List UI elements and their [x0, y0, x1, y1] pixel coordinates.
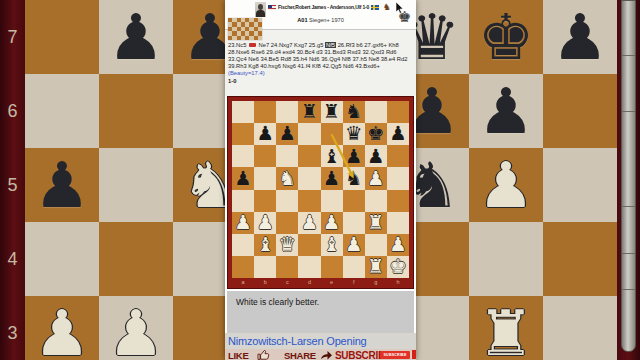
rank-label-7: 7 — [0, 0, 25, 74]
knight-logo-icon: ♞ — [383, 3, 391, 12]
black-pawn: ♟ — [34, 154, 90, 217]
square-b1[interactable] — [254, 256, 276, 278]
square-g4[interactable] — [365, 190, 387, 212]
king-piece-icon: ♚ — [398, 9, 411, 24]
black-knight: ♞ — [345, 102, 362, 122]
white-pawn: ♟ — [323, 213, 340, 233]
square-e4[interactable] — [321, 190, 343, 212]
opening-name: Nimzowitsch-Larsen Opening — [225, 333, 416, 349]
move-text[interactable]: 23.Nc5 — [228, 42, 248, 48]
square-c6[interactable] — [276, 145, 298, 167]
square-h6 — [543, 74, 617, 148]
evaluation-annotation[interactable]: (Beauty=17.4) — [228, 70, 265, 76]
square-b3[interactable]: ♟ — [254, 212, 276, 234]
square-c3[interactable] — [276, 212, 298, 234]
square-f8[interactable]: ♞ — [343, 101, 365, 123]
white-bishop: ♝ — [256, 235, 273, 255]
square-g6[interactable]: ♟ — [365, 145, 387, 167]
white-pawn: ♟ — [234, 213, 251, 233]
square-h2[interactable]: ♟ — [387, 234, 409, 256]
chess-diagram: ♜♜♞♟♟♛♚♟♝♟♟♟♞♟♞♟♟♟♟♟♜♝♛♝♟♟♜♚ abcdefgh — [227, 96, 414, 289]
file-label-e: e — [321, 278, 343, 288]
square-b4[interactable] — [254, 190, 276, 212]
file-label-h: h — [387, 278, 409, 288]
square-f7[interactable]: ♛ — [343, 123, 365, 145]
square-b4 — [99, 222, 173, 296]
file-label-d: d — [298, 278, 320, 288]
square-h4[interactable] — [387, 190, 409, 212]
scrollbar[interactable] — [621, 0, 636, 352]
square-e1[interactable] — [321, 256, 343, 278]
file-label-b: b — [254, 278, 276, 288]
square-b5[interactable] — [254, 167, 276, 189]
square-f3[interactable] — [343, 212, 365, 234]
square-a2[interactable] — [232, 234, 254, 256]
square-b8[interactable] — [254, 101, 276, 123]
square-c1[interactable] — [276, 256, 298, 278]
selected-move[interactable]: Nf5 — [325, 42, 336, 48]
scrollbar-segment — [622, 55, 635, 56]
square-a3: ♟ — [25, 296, 99, 360]
scrollbar-segment — [622, 111, 635, 112]
share-button[interactable]: SHARE — [284, 350, 316, 360]
square-c2[interactable]: ♛ — [276, 234, 298, 256]
black-pawn: ♟ — [345, 147, 362, 167]
square-f4[interactable] — [343, 190, 365, 212]
square-g8[interactable] — [365, 101, 387, 123]
square-d6[interactable] — [298, 145, 320, 167]
square-a7 — [25, 0, 99, 74]
square-g3[interactable]: ♜ — [365, 212, 387, 234]
square-h1[interactable]: ♚ — [387, 256, 409, 278]
square-e6[interactable]: ♝ — [321, 145, 343, 167]
square-h5 — [543, 148, 617, 222]
square-h6[interactable] — [387, 145, 409, 167]
square-e3[interactable]: ♟ — [321, 212, 343, 234]
square-a6[interactable] — [232, 145, 254, 167]
subscribe-button[interactable]: SUBSCRIBE — [380, 351, 410, 359]
analysis-panel: Fischer,Robert James - Andersson,Ulf 1-0… — [225, 0, 416, 360]
square-e7[interactable] — [321, 123, 343, 145]
square-h7: ♟ — [543, 0, 617, 74]
square-f5[interactable]: ♞ — [343, 167, 365, 189]
black-knight: ♞ — [345, 169, 362, 189]
square-h3[interactable] — [387, 212, 409, 234]
file-label-g: g — [365, 278, 387, 288]
square-h8[interactable] — [387, 101, 409, 123]
black-pawn: ♟ — [478, 80, 534, 143]
square-g5[interactable]: ♟ — [365, 167, 387, 189]
app-window: ♜♜♞♟♟♛♚♟♝♟♟♟♞♟♞♟♟♟♟♟♜♝♛♝♟♟♜♚ 76543 Fisch… — [0, 0, 640, 360]
photo-body — [256, 10, 265, 17]
white-pawn: ♟ — [367, 169, 384, 189]
black-rook: ♜ — [301, 102, 318, 122]
black-bishop: ♝ — [323, 147, 340, 167]
square-g1[interactable]: ♜ — [365, 256, 387, 278]
square-b6[interactable] — [254, 145, 276, 167]
square-e5[interactable]: ♟ — [321, 167, 343, 189]
white-rook: ♜ — [478, 302, 534, 360]
white-queen: ♛ — [279, 235, 296, 255]
mini-square — [258, 36, 262, 40]
action-bar: LIKE SHARE SUBSCRIBE SUBSCRIBE — [225, 349, 416, 360]
square-c8[interactable] — [276, 101, 298, 123]
opening-bar: Nimzowitsch-Larsen Opening — [225, 333, 416, 349]
square-f2[interactable]: ♟ — [343, 234, 365, 256]
game-title: Fischer,Robert James - Andersson,Ulf 1-0 — [278, 4, 370, 10]
diagram-board[interactable]: ♜♜♞♟♟♛♚♟♝♟♟♟♞♟♞♟♟♟♟♟♜♝♛♝♟♟♜♚ — [232, 101, 409, 278]
square-a8[interactable] — [232, 101, 254, 123]
flag-cross-h — [371, 7, 379, 8]
thumbs-up-icon[interactable] — [257, 350, 271, 360]
black-king: ♚ — [367, 124, 384, 144]
event-name: Siegen+ — [309, 17, 330, 23]
square-d8[interactable]: ♜ — [298, 101, 320, 123]
square-b6 — [99, 74, 173, 148]
white-rook: ♜ — [367, 213, 384, 233]
square-g5: ♟ — [469, 148, 543, 222]
white-rook: ♜ — [367, 257, 384, 277]
white-knight: ♞ — [279, 169, 296, 189]
white-pawn: ♟ — [108, 302, 164, 360]
white-king: ♚ — [389, 257, 406, 277]
white-bishop: ♝ — [323, 235, 340, 255]
square-b7: ♟ — [99, 0, 173, 74]
black-pawn: ♟ — [389, 124, 406, 144]
square-a6 — [25, 74, 99, 148]
white-pawn: ♟ — [34, 302, 90, 360]
square-b7[interactable]: ♟ — [254, 123, 276, 145]
game-result: 1-0 — [228, 78, 413, 85]
square-g4 — [469, 222, 543, 296]
square-e8[interactable]: ♜ — [321, 101, 343, 123]
medal-icon — [249, 43, 256, 47]
square-d7[interactable] — [298, 123, 320, 145]
white-pawn: ♟ — [389, 235, 406, 255]
scrollbar-segment — [622, 289, 635, 290]
square-g6: ♟ — [469, 74, 543, 148]
black-pawn: ♟ — [552, 6, 608, 69]
square-c4[interactable] — [276, 190, 298, 212]
like-button[interactable]: LIKE — [228, 350, 248, 360]
square-a4 — [25, 222, 99, 296]
flag-cross-v — [373, 5, 374, 10]
square-h3 — [543, 296, 617, 360]
square-b2[interactable]: ♝ — [254, 234, 276, 256]
square-b5 — [99, 148, 173, 222]
us-flag-canton — [268, 5, 272, 8]
assessment-panel: White is clearly better. — [227, 291, 414, 333]
square-h7[interactable]: ♟ — [387, 123, 409, 145]
square-d2[interactable] — [298, 234, 320, 256]
file-label-f: f — [343, 278, 365, 288]
black-pawn: ♟ — [256, 124, 273, 144]
square-a7[interactable] — [232, 123, 254, 145]
black-rook: ♜ — [323, 102, 340, 122]
board-left-border: 76543 — [0, 0, 25, 360]
square-f6[interactable]: ♟ — [343, 145, 365, 167]
event-year: 1970 — [331, 17, 343, 23]
black-queen: ♛ — [345, 124, 362, 144]
square-f1[interactable] — [343, 256, 365, 278]
square-e2[interactable]: ♝ — [321, 234, 343, 256]
red-notification-box[interactable] — [412, 350, 416, 359]
sweden-flag-icon — [371, 5, 379, 10]
square-h5[interactable] — [387, 167, 409, 189]
share-arrow-icon[interactable] — [320, 350, 333, 360]
file-label-c: c — [276, 278, 298, 288]
square-h4 — [543, 222, 617, 296]
square-g2[interactable] — [365, 234, 387, 256]
square-g3: ♜ — [469, 296, 543, 360]
square-d3[interactable]: ♟ — [298, 212, 320, 234]
square-a5: ♟ — [25, 148, 99, 222]
file-coordinates: abcdefgh — [232, 278, 409, 288]
white-pawn: ♟ — [478, 154, 534, 217]
player-photo — [255, 2, 266, 17]
rank-label-3: 3 — [0, 296, 25, 360]
mini-board-thumbnail — [228, 18, 262, 40]
black-pawn: ♟ — [234, 169, 251, 189]
move-text[interactable]: Ne7 24.Nxg7 Kxg7 25.g5 — [257, 42, 325, 48]
square-c7[interactable]: ♟ — [276, 123, 298, 145]
us-flag-icon — [268, 5, 276, 10]
rank-label-4: 4 — [0, 222, 25, 296]
square-a3[interactable]: ♟ — [232, 212, 254, 234]
square-d1[interactable] — [298, 256, 320, 278]
black-pawn: ♟ — [367, 147, 384, 167]
square-a4[interactable] — [232, 190, 254, 212]
black-pawn: ♟ — [279, 124, 296, 144]
white-pawn: ♟ — [301, 213, 318, 233]
square-a5[interactable]: ♟ — [232, 167, 254, 189]
scrollbar-segment — [622, 253, 635, 254]
assessment-text: White is clearly better. — [236, 297, 319, 307]
square-c5[interactable]: ♞ — [276, 167, 298, 189]
square-b3: ♟ — [99, 296, 173, 360]
square-g7: ♚ — [469, 0, 543, 74]
square-d5[interactable] — [298, 167, 320, 189]
file-label-a: a — [232, 278, 254, 288]
black-pawn: ♟ — [108, 6, 164, 69]
square-d4[interactable] — [298, 190, 320, 212]
white-pawn: ♟ — [345, 235, 362, 255]
rank-label-6: 6 — [0, 74, 25, 148]
black-king: ♚ — [478, 6, 534, 69]
eco-code: A01 — [297, 17, 307, 23]
white-pawn: ♟ — [256, 213, 273, 233]
square-a1[interactable] — [232, 256, 254, 278]
black-pawn: ♟ — [323, 169, 340, 189]
rank-label-5: 5 — [0, 148, 25, 222]
square-g7[interactable]: ♚ — [365, 123, 387, 145]
scrollbar-segment — [622, 206, 635, 207]
